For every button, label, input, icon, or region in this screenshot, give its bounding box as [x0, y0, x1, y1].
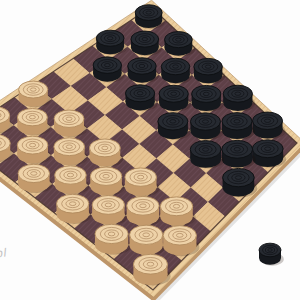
checker-piece [158, 113, 191, 140]
checker-piece [190, 113, 223, 140]
checker-piece [93, 57, 124, 83]
checker-piece [163, 226, 199, 256]
checker-piece [131, 31, 162, 56]
checker-piece [192, 85, 224, 111]
checker-piece [90, 167, 125, 196]
product-photo: pl [0, 0, 300, 300]
checker-piece [17, 108, 50, 135]
checker-piece [54, 110, 87, 137]
checker-piece [259, 243, 284, 265]
checker-piece [17, 136, 51, 164]
checker-piece [165, 32, 196, 57]
checker-piece [222, 113, 255, 140]
checkers-board-photo [0, 0, 300, 300]
checker-piece [194, 58, 225, 84]
checker-piece [127, 196, 162, 226]
checker-piece [96, 30, 127, 55]
checker-piece [19, 81, 51, 107]
checker-piece [222, 140, 256, 168]
checker-piece [135, 5, 165, 29]
checker-piece [18, 164, 53, 193]
checker-piece [190, 141, 224, 169]
checker-piece [125, 85, 157, 111]
checker-piece [57, 194, 92, 224]
checker-piece [223, 168, 258, 197]
checker-piece [92, 196, 127, 226]
checker-piece [159, 85, 191, 111]
checker-piece [89, 139, 123, 167]
checker-piece [253, 112, 286, 139]
checker-piece [252, 140, 286, 168]
checker-piece [95, 224, 131, 254]
checker-piece [54, 138, 88, 166]
checker-piece [55, 166, 90, 195]
checker-piece [223, 85, 255, 111]
checker-piece [133, 254, 170, 285]
checker-piece [125, 168, 160, 197]
checker-piece [128, 58, 159, 84]
checker-piece [160, 197, 195, 227]
checker-piece [161, 58, 192, 84]
watermark-text: pl [0, 245, 8, 260]
checker-piece [130, 225, 166, 255]
